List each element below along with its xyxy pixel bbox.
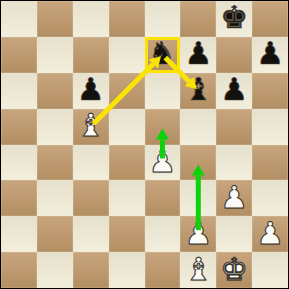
square-a6[interactable] (1, 73, 37, 109)
black-king[interactable]: ♚ (220, 2, 248, 33)
square-d2[interactable] (109, 216, 145, 252)
square-g8[interactable]: ♚ (216, 1, 252, 37)
square-e8[interactable] (145, 1, 181, 37)
white-pawn[interactable]: ♟ (220, 182, 248, 213)
square-c2[interactable] (73, 216, 109, 252)
square-b5[interactable] (37, 109, 73, 145)
square-d8[interactable] (109, 1, 145, 37)
square-c4[interactable] (73, 145, 109, 181)
black-knight[interactable]: ♞ (149, 38, 177, 69)
square-a8[interactable] (1, 1, 37, 37)
square-h4[interactable] (252, 145, 288, 181)
white-bishop[interactable]: ♝ (184, 254, 212, 285)
square-b3[interactable] (37, 180, 73, 216)
square-g6[interactable]: ♟ (216, 73, 252, 109)
square-g7[interactable] (216, 37, 252, 73)
square-f4[interactable] (180, 145, 216, 181)
square-g4[interactable] (216, 145, 252, 181)
black-pawn[interactable]: ♟ (256, 38, 284, 69)
square-b1[interactable] (37, 252, 73, 288)
square-e1[interactable] (145, 252, 181, 288)
square-f6[interactable]: ♝ (180, 73, 216, 109)
black-pawn[interactable]: ♟ (77, 74, 105, 105)
square-e3[interactable] (145, 180, 181, 216)
square-h7[interactable]: ♟ (252, 37, 288, 73)
square-b4[interactable] (37, 145, 73, 181)
square-g1[interactable]: ♚ (216, 252, 252, 288)
white-king[interactable]: ♚ (220, 254, 248, 285)
square-f7[interactable]: ♟ (180, 37, 216, 73)
square-a4[interactable] (1, 145, 37, 181)
square-d6[interactable] (109, 73, 145, 109)
square-e2[interactable] (145, 216, 181, 252)
square-h5[interactable] (252, 109, 288, 145)
white-bishop[interactable]: ♝ (77, 110, 105, 141)
square-c5[interactable]: ♝ (73, 109, 109, 145)
square-d7[interactable] (109, 37, 145, 73)
square-g5[interactable] (216, 109, 252, 145)
white-pawn[interactable]: ♟ (256, 218, 284, 249)
white-pawn[interactable]: ♟ (149, 146, 177, 177)
black-pawn[interactable]: ♟ (184, 38, 212, 69)
square-b2[interactable] (37, 216, 73, 252)
square-f8[interactable] (180, 1, 216, 37)
square-a2[interactable] (1, 216, 37, 252)
square-b6[interactable] (37, 73, 73, 109)
square-e4[interactable]: ♟ (145, 145, 181, 181)
square-f5[interactable] (180, 109, 216, 145)
square-a7[interactable] (1, 37, 37, 73)
square-h1[interactable] (252, 252, 288, 288)
square-f2[interactable]: ♟ (180, 216, 216, 252)
square-f1[interactable]: ♝ (180, 252, 216, 288)
square-e6[interactable] (145, 73, 181, 109)
square-a3[interactable] (1, 180, 37, 216)
square-d1[interactable] (109, 252, 145, 288)
square-d5[interactable] (109, 109, 145, 145)
square-e7[interactable]: ♞ (145, 37, 181, 73)
square-h8[interactable] (252, 1, 288, 37)
square-h6[interactable] (252, 73, 288, 109)
square-b7[interactable] (37, 37, 73, 73)
white-pawn[interactable]: ♟ (184, 218, 212, 249)
square-c3[interactable] (73, 180, 109, 216)
square-f3[interactable] (180, 180, 216, 216)
square-h2[interactable]: ♟ (252, 216, 288, 252)
square-c1[interactable] (73, 252, 109, 288)
square-a1[interactable] (1, 252, 37, 288)
square-d3[interactable] (109, 180, 145, 216)
square-a5[interactable] (1, 109, 37, 145)
black-bishop[interactable]: ♝ (184, 74, 212, 105)
black-pawn[interactable]: ♟ (220, 74, 248, 105)
square-d4[interactable] (109, 145, 145, 181)
square-h3[interactable] (252, 180, 288, 216)
square-b8[interactable] (37, 1, 73, 37)
square-e5[interactable] (145, 109, 181, 145)
square-c6[interactable]: ♟ (73, 73, 109, 109)
chess-board: ♚♞♟♟♟♝♟♝♟♟♟♟♝♚ (0, 0, 289, 289)
square-g2[interactable] (216, 216, 252, 252)
square-c8[interactable] (73, 1, 109, 37)
square-g3[interactable]: ♟ (216, 180, 252, 216)
square-c7[interactable] (73, 37, 109, 73)
